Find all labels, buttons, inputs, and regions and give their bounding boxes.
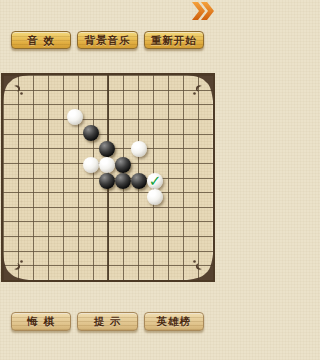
- hint-button[interactable]: 提 示: [77, 312, 137, 331]
- expand-menu-button[interactable]: [191, 1, 215, 21]
- corner-ornament-icon: [187, 254, 213, 280]
- sound-button[interactable]: 音 效: [11, 31, 71, 49]
- restart-button[interactable]: 重新开始: [144, 31, 204, 49]
- corner-ornament-icon: [3, 254, 29, 280]
- bottom-toolbar: 悔 棋 提 示 英雄榜: [11, 312, 204, 331]
- board-center-line: [107, 75, 109, 280]
- music-button[interactable]: 背景音乐: [77, 31, 137, 49]
- top-toolbar: 音 效 背景音乐 重新开始: [11, 31, 204, 49]
- double-chevron-icon: [191, 1, 215, 21]
- gomoku-app: 音 效 背景音乐 重新开始: [0, 0, 216, 360]
- undo-button[interactable]: 悔 棋: [11, 312, 71, 331]
- corner-ornament-icon: [187, 75, 213, 101]
- leaderboard-button[interactable]: 英雄榜: [144, 312, 204, 331]
- game-board[interactable]: ✓: [1, 73, 215, 282]
- corner-ornament-icon: [3, 75, 29, 101]
- gomoku-app-screen: { "game": "gomoku", "board": {"columns":…: [0, 0, 216, 360]
